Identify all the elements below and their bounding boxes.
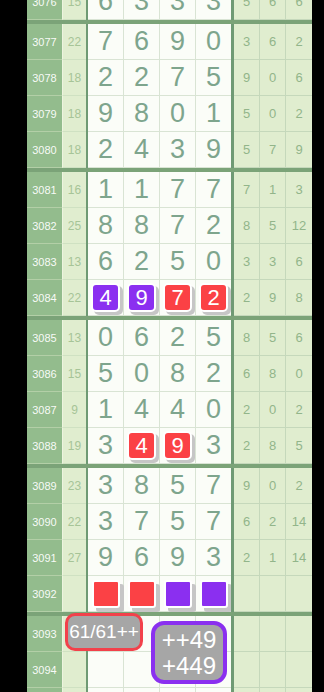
stat-cell: 6 <box>234 504 260 540</box>
prediction-line-2: +449 <box>162 653 216 679</box>
draw-number: 3090 <box>27 504 62 540</box>
stat-columns: 8512 <box>231 208 312 244</box>
digit-cell: 6 <box>124 320 160 356</box>
stat-cell <box>260 616 286 652</box>
digit-cell: 3 <box>88 468 124 504</box>
stat-cell: 5 <box>234 96 260 132</box>
stat-cell <box>234 576 260 612</box>
stat-cell <box>260 688 286 692</box>
digit-cell: 4 <box>124 392 160 428</box>
stat-columns: 2114 <box>231 540 312 576</box>
draw-row-3083[interactable]: 3083136250336 <box>27 244 312 280</box>
stat-cell: 9 <box>286 132 312 168</box>
stat-cell: 6 <box>286 244 312 280</box>
draw-count: 18 <box>62 96 86 132</box>
draw-row-3085[interactable]: 3085130625856 <box>27 320 312 356</box>
draw-digits: 1177 <box>86 172 231 208</box>
stat-columns <box>231 688 312 692</box>
digit-cell: 3 <box>88 504 124 540</box>
digit-cell: 3 <box>196 540 231 576</box>
digit-cell: 0 <box>124 356 160 392</box>
digit-cell: 0 <box>196 244 231 280</box>
stat-cell: 1 <box>260 172 286 208</box>
digit-cell: 3 <box>88 428 124 464</box>
stat-cell: 8 <box>234 320 260 356</box>
digit-cell: 9 <box>88 96 124 132</box>
marker-square-red <box>128 580 156 608</box>
stat-cell: 5 <box>286 428 312 464</box>
digit-cell: 7 <box>160 172 196 208</box>
digit-cell: 5 <box>196 60 231 96</box>
digit-cell <box>160 688 196 692</box>
stat-cell <box>286 688 312 692</box>
draw-digits: 6333 <box>86 0 231 20</box>
draw-row-3080[interactable]: 3080182439579 <box>27 132 312 168</box>
digit-cell: 2 <box>160 320 196 356</box>
draw-number: 3091 <box>27 540 62 576</box>
draw-count: 19 <box>62 428 86 464</box>
digit-cell: 3 <box>160 0 196 20</box>
digit-cell: 2 <box>88 132 124 168</box>
draw-number: 3085 <box>27 320 62 356</box>
digit-cell: 0 <box>196 24 231 60</box>
stat-cell: 9 <box>234 60 260 96</box>
draw-digits: 9693 <box>86 540 231 576</box>
stat-columns: 336 <box>231 244 312 280</box>
draw-digits: 3757 <box>86 504 231 540</box>
digit-cell: 8 <box>124 96 160 132</box>
score-annotation-box: 61/61++ <box>65 613 143 651</box>
digit-cell: 4 <box>124 132 160 168</box>
digit-cell: 3 <box>196 428 231 464</box>
stat-cell: 0 <box>260 468 286 504</box>
draw-history-grid[interactable]: 3076156333566307722769036230781822759063… <box>27 0 312 692</box>
digit-cell: 0 <box>88 320 124 356</box>
draw-row-3078[interactable]: 3078182275906 <box>27 60 312 96</box>
digit-cell: 1 <box>196 96 231 132</box>
draw-count <box>62 652 86 688</box>
digit-cell: 8 <box>160 356 196 392</box>
highlighted-digit-purple: 9 <box>127 283 156 312</box>
stat-cell: 2 <box>234 428 260 464</box>
digit-cell: 2 <box>196 208 231 244</box>
stat-cell: 9 <box>234 468 260 504</box>
digit-cell: 0 <box>196 392 231 428</box>
draw-count <box>62 688 86 692</box>
digit-cell: 7 <box>160 280 196 316</box>
draw-number: 3079 <box>27 96 62 132</box>
digit-cell: 7 <box>160 60 196 96</box>
draw-number: 3092 <box>27 576 62 612</box>
digit-cell <box>160 576 196 612</box>
digit-cell: 2 <box>124 244 160 280</box>
draw-number: 3087 <box>27 392 62 428</box>
draw-count: 9 <box>62 392 86 428</box>
digit-cell: 9 <box>160 540 196 576</box>
draw-row-3076[interactable]: 3076156333566 <box>27 0 312 20</box>
digit-cell: 2 <box>88 60 124 96</box>
digit-cell: 6 <box>124 24 160 60</box>
digit-cell: 7 <box>160 208 196 244</box>
stat-cell <box>260 576 286 612</box>
draw-digits: 2439 <box>86 132 231 168</box>
stat-cell: 5 <box>260 208 286 244</box>
stat-cell: 7 <box>234 172 260 208</box>
draw-digits <box>86 688 231 692</box>
stat-cell: 0 <box>260 392 286 428</box>
digit-cell: 3 <box>160 132 196 168</box>
draw-count: 16 <box>62 172 86 208</box>
stat-columns <box>231 616 312 652</box>
stat-cell: 14 <box>286 540 312 576</box>
digit-cell: 3 <box>124 0 160 20</box>
digit-cell <box>124 688 160 692</box>
draw-row-3088[interactable]: 3088193493285 <box>27 428 312 464</box>
draw-row-3089[interactable]: 3089233857902 <box>27 468 312 504</box>
draw-number: 3094 <box>27 652 62 688</box>
draw-number: 3082 <box>27 208 62 244</box>
digit-cell: 6 <box>124 540 160 576</box>
stat-cell <box>286 616 312 652</box>
stat-cell <box>286 652 312 688</box>
draw-number: 3080 <box>27 132 62 168</box>
stat-cell: 0 <box>260 60 286 96</box>
stat-cell: 6 <box>260 0 286 20</box>
stat-cell <box>286 576 312 612</box>
stat-cell: 2 <box>234 540 260 576</box>
draw-number <box>27 688 62 692</box>
stat-cell: 5 <box>260 320 286 356</box>
draw-number: 3088 <box>27 428 62 464</box>
digit-cell <box>196 688 231 692</box>
draw-row-3077[interactable]: 3077227690362 <box>27 24 312 60</box>
stat-cell: 2 <box>234 280 260 316</box>
draw-row-3081[interactable]: 3081161177713 <box>27 172 312 208</box>
draw-row-next[interactable] <box>27 688 312 692</box>
highlighted-digit-red: 7 <box>163 283 192 312</box>
digit-cell: 7 <box>196 504 231 540</box>
stat-columns: 856 <box>231 320 312 356</box>
draw-digits: 3493 <box>86 428 231 464</box>
digit-cell: 5 <box>196 320 231 356</box>
stat-cell <box>260 652 286 688</box>
stat-columns: 298 <box>231 280 312 316</box>
stat-columns: 680 <box>231 356 312 392</box>
stat-cell: 8 <box>286 280 312 316</box>
draw-digits: 6250 <box>86 244 231 280</box>
draw-number: 3078 <box>27 60 62 96</box>
stat-cell: 2 <box>286 392 312 428</box>
draw-count: 13 <box>62 320 86 356</box>
stat-columns <box>231 652 312 688</box>
draw-count: 22 <box>62 24 86 60</box>
digit-cell: 7 <box>88 24 124 60</box>
draw-row-3086[interactable]: 3086155082680 <box>27 356 312 392</box>
digit-cell: 1 <box>124 172 160 208</box>
digit-cell <box>88 688 124 692</box>
stat-cell: 12 <box>286 208 312 244</box>
digit-cell: 7 <box>196 468 231 504</box>
digit-cell: 4 <box>124 428 160 464</box>
highlighted-digit-purple: 4 <box>91 283 120 312</box>
stat-cell: 0 <box>286 356 312 392</box>
highlighted-digit-red: 9 <box>163 431 192 460</box>
draw-number: 3089 <box>27 468 62 504</box>
draw-count: 27 <box>62 540 86 576</box>
draw-count: 18 <box>62 60 86 96</box>
stat-cell: 8 <box>260 356 286 392</box>
stat-cell: 6 <box>260 24 286 60</box>
draw-digits: 8872 <box>86 208 231 244</box>
stat-cell: 2 <box>234 392 260 428</box>
stat-columns: 285 <box>231 428 312 464</box>
stat-cell <box>234 616 260 652</box>
digit-cell: 3 <box>196 0 231 20</box>
draw-digits: 1440 <box>86 392 231 428</box>
draw-count: 25 <box>62 208 86 244</box>
stat-columns: 902 <box>231 468 312 504</box>
highlighted-digit-red: 2 <box>199 283 228 312</box>
draw-count: 15 <box>62 356 86 392</box>
draw-digits: 7690 <box>86 24 231 60</box>
draw-number: 3086 <box>27 356 62 392</box>
marker-square-purple <box>164 580 192 608</box>
stat-cell: 8 <box>260 428 286 464</box>
digit-cell: 6 <box>88 0 124 20</box>
stat-columns: 202 <box>231 392 312 428</box>
digit-cell <box>196 576 231 612</box>
digit-cell: 7 <box>124 504 160 540</box>
stat-cell <box>234 652 260 688</box>
lottery-history-screen: 3076156333566307722769036230781822759063… <box>0 0 324 692</box>
stat-cell: 5 <box>234 0 260 20</box>
draw-count: 23 <box>62 468 86 504</box>
draw-row-3090[interactable]: 30902237576214 <box>27 504 312 540</box>
draw-row-3079[interactable]: 3079189801502 <box>27 96 312 132</box>
digit-cell: 0 <box>160 96 196 132</box>
draw-row-3091[interactable]: 30912796932114 <box>27 540 312 576</box>
score-text: 61/61++ <box>69 621 139 643</box>
stat-cell: 2 <box>286 468 312 504</box>
stat-columns <box>231 576 312 612</box>
digit-cell: 9 <box>196 132 231 168</box>
digit-cell: 5 <box>160 504 196 540</box>
draw-row-3087[interactable]: 308791440202 <box>27 392 312 428</box>
draw-digits: 0625 <box>86 320 231 356</box>
stat-cell: 1 <box>260 540 286 576</box>
stat-cell: 2 <box>286 96 312 132</box>
digit-cell <box>88 652 124 688</box>
stat-cell: 3 <box>234 244 260 280</box>
stat-cell: 6 <box>286 60 312 96</box>
draw-count: 22 <box>62 280 86 316</box>
digit-cell: 8 <box>88 208 124 244</box>
draw-count: 13 <box>62 244 86 280</box>
stat-columns: 362 <box>231 24 312 60</box>
highlighted-digit-red: 4 <box>127 431 156 460</box>
draw-row-3082[interactable]: 30822588728512 <box>27 208 312 244</box>
stat-cell: 9 <box>260 280 286 316</box>
draw-digits: 3857 <box>86 468 231 504</box>
stat-cell: 7 <box>260 132 286 168</box>
digit-cell: 2 <box>196 356 231 392</box>
digit-cell: 2 <box>124 60 160 96</box>
stat-cell: 14 <box>286 504 312 540</box>
stat-columns: 6214 <box>231 504 312 540</box>
draw-count: 18 <box>62 132 86 168</box>
digit-cell: 9 <box>124 280 160 316</box>
digit-cell: 8 <box>124 208 160 244</box>
digit-cell: 4 <box>88 280 124 316</box>
digit-cell: 9 <box>88 540 124 576</box>
draw-number: 3093 <box>27 616 62 652</box>
stat-cell: 2 <box>260 504 286 540</box>
draw-number: 3077 <box>27 24 62 60</box>
draw-row-3092[interactable]: 3092 <box>27 576 312 612</box>
digit-cell <box>88 576 124 612</box>
stat-cell: 3 <box>286 172 312 208</box>
stat-cell: 2 <box>286 24 312 60</box>
stat-cell: 0 <box>260 96 286 132</box>
digit-cell: 7 <box>196 172 231 208</box>
digit-cell: 5 <box>160 244 196 280</box>
draw-digits: 4972 <box>86 280 231 316</box>
draw-number: 3076 <box>27 0 62 20</box>
draw-number: 3081 <box>27 172 62 208</box>
draw-count <box>62 576 86 612</box>
digit-cell: 1 <box>88 172 124 208</box>
stat-cell: 8 <box>234 208 260 244</box>
draw-number: 3083 <box>27 244 62 280</box>
stat-columns: 502 <box>231 96 312 132</box>
draw-digits <box>86 576 231 612</box>
draw-count: 15 <box>62 0 86 20</box>
draw-digits: 5082 <box>86 356 231 392</box>
draw-row-3084[interactable]: 3084224972298 <box>27 280 312 316</box>
digit-cell: 9 <box>160 428 196 464</box>
stat-cell: 6 <box>286 320 312 356</box>
stat-cell: 6 <box>286 0 312 20</box>
digit-cell: 4 <box>160 392 196 428</box>
stat-columns: 566 <box>231 0 312 20</box>
draw-digits: 9801 <box>86 96 231 132</box>
draw-number: 3084 <box>27 280 62 316</box>
digit-cell <box>124 576 160 612</box>
marker-square-purple <box>200 580 228 608</box>
digit-cell: 5 <box>88 356 124 392</box>
stat-columns: 579 <box>231 132 312 168</box>
stat-columns: 713 <box>231 172 312 208</box>
digit-cell: 9 <box>160 24 196 60</box>
marker-square-red <box>92 580 120 608</box>
stat-cell: 6 <box>234 356 260 392</box>
stat-cell: 3 <box>234 24 260 60</box>
digit-cell: 8 <box>124 468 160 504</box>
stat-cell: 5 <box>234 132 260 168</box>
stat-columns: 906 <box>231 60 312 96</box>
stat-cell: 3 <box>260 244 286 280</box>
digit-cell: 5 <box>160 468 196 504</box>
digit-cell: 1 <box>88 392 124 428</box>
prediction-line-1: ++49 <box>162 627 217 653</box>
stat-cell <box>234 688 260 692</box>
digit-cell: 2 <box>196 280 231 316</box>
draw-count: 22 <box>62 504 86 540</box>
prediction-annotation-box: ++49 +449 <box>151 621 227 684</box>
digit-cell: 6 <box>88 244 124 280</box>
draw-digits: 2275 <box>86 60 231 96</box>
